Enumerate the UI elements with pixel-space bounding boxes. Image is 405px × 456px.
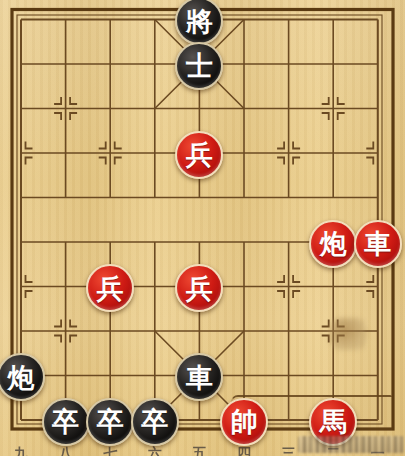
- watermark-text-blur: [298, 436, 404, 453]
- xiangqi-board-screenshot: 將士兵炮車兵兵炮車卒卒卒帥馬 九八七六五四三二一: [0, 0, 405, 456]
- file-label: 六: [144, 446, 166, 456]
- file-label: 八: [55, 446, 77, 456]
- piece-black-soldier-1[interactable]: 卒: [42, 398, 90, 446]
- file-label: 三: [278, 446, 300, 456]
- file-label: 九: [10, 446, 32, 456]
- piece-red-cannon[interactable]: 炮: [309, 220, 357, 268]
- piece-black-soldier-2[interactable]: 卒: [86, 398, 134, 446]
- piece-red-soldier-1[interactable]: 兵: [175, 131, 223, 179]
- piece-black-soldier-3[interactable]: 卒: [131, 398, 179, 446]
- piece-black-advisor[interactable]: 士: [175, 42, 223, 90]
- watermark-smudge: [330, 318, 366, 350]
- file-label: 七: [99, 446, 121, 456]
- piece-red-general[interactable]: 帥: [220, 398, 268, 446]
- file-label: 四: [233, 446, 255, 456]
- piece-red-chariot[interactable]: 車: [354, 220, 402, 268]
- file-label: 五: [188, 446, 210, 456]
